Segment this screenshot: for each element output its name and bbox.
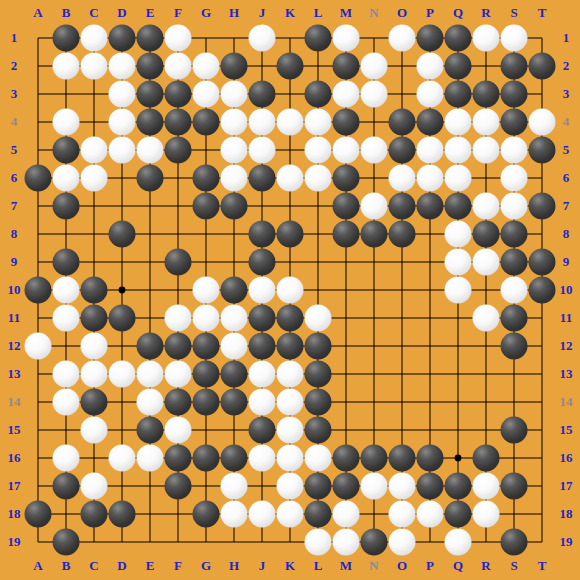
black-stone-K11[interactable]: [277, 305, 304, 332]
coord-label-top-R: R: [474, 5, 498, 21]
white-stone-K10[interactable]: [277, 277, 304, 304]
white-stone-H18[interactable]: [221, 501, 248, 528]
black-stone-S17[interactable]: [501, 473, 528, 500]
coord-label-right-18: 18: [554, 506, 578, 522]
white-stone-R1[interactable]: [473, 25, 500, 52]
coord-label-right-4: 4: [554, 114, 578, 130]
white-stone-G10[interactable]: [193, 277, 220, 304]
coord-label-right-11: 11: [554, 310, 578, 326]
black-stone-G16[interactable]: [193, 445, 220, 472]
coord-label-bottom-D: D: [110, 558, 134, 574]
white-stone-P2[interactable]: [417, 53, 444, 80]
black-stone-F4[interactable]: [165, 109, 192, 136]
black-stone-L13[interactable]: [305, 361, 332, 388]
black-stone-H7[interactable]: [221, 193, 248, 220]
coord-label-right-3: 3: [554, 86, 578, 102]
white-stone-T4[interactable]: [529, 109, 556, 136]
black-stone-M8[interactable]: [333, 221, 360, 248]
coord-label-bottom-K: K: [278, 558, 302, 574]
white-stone-Q19[interactable]: [445, 529, 472, 556]
black-stone-E2[interactable]: [137, 53, 164, 80]
white-stone-R4[interactable]: [473, 109, 500, 136]
white-stone-F2[interactable]: [165, 53, 192, 80]
black-stone-N19[interactable]: [361, 529, 388, 556]
black-stone-R8[interactable]: [473, 221, 500, 248]
black-stone-F16[interactable]: [165, 445, 192, 472]
coord-label-left-8: 8: [2, 226, 26, 242]
black-stone-A18[interactable]: [25, 501, 52, 528]
star-point: [119, 287, 126, 294]
coord-label-left-6: 6: [2, 170, 26, 186]
coord-label-bottom-M: M: [334, 558, 358, 574]
coord-label-top-O: O: [390, 5, 414, 21]
white-stone-F1[interactable]: [165, 25, 192, 52]
white-stone-C15[interactable]: [81, 417, 108, 444]
black-stone-N16[interactable]: [361, 445, 388, 472]
black-stone-D11[interactable]: [109, 305, 136, 332]
white-stone-S6[interactable]: [501, 165, 528, 192]
black-stone-A6[interactable]: [25, 165, 52, 192]
coord-label-left-5: 5: [2, 142, 26, 158]
white-stone-R9[interactable]: [473, 249, 500, 276]
coord-label-top-C: C: [82, 5, 106, 21]
coord-label-right-16: 16: [554, 450, 578, 466]
coord-label-bottom-J: J: [250, 558, 274, 574]
black-stone-D18[interactable]: [109, 501, 136, 528]
black-stone-H16[interactable]: [221, 445, 248, 472]
black-stone-F9[interactable]: [165, 249, 192, 276]
white-stone-S10[interactable]: [501, 277, 528, 304]
black-stone-P4[interactable]: [417, 109, 444, 136]
black-stone-F12[interactable]: [165, 333, 192, 360]
white-stone-K16[interactable]: [277, 445, 304, 472]
white-stone-C5[interactable]: [81, 137, 108, 164]
coord-label-left-15: 15: [2, 422, 26, 438]
black-stone-T5[interactable]: [529, 137, 556, 164]
black-stone-S2[interactable]: [501, 53, 528, 80]
white-stone-P18[interactable]: [417, 501, 444, 528]
black-stone-L1[interactable]: [305, 25, 332, 52]
white-stone-E14[interactable]: [137, 389, 164, 416]
black-stone-B7[interactable]: [53, 193, 80, 220]
coord-label-left-19: 19: [2, 534, 26, 550]
white-stone-P3[interactable]: [417, 81, 444, 108]
black-stone-M4[interactable]: [333, 109, 360, 136]
coord-label-bottom-Q: Q: [446, 558, 470, 574]
black-stone-M17[interactable]: [333, 473, 360, 500]
coord-label-right-17: 17: [554, 478, 578, 494]
white-stone-D3[interactable]: [109, 81, 136, 108]
star-point: [455, 455, 462, 462]
white-stone-O1[interactable]: [389, 25, 416, 52]
black-stone-B5[interactable]: [53, 137, 80, 164]
coord-label-top-M: M: [334, 5, 358, 21]
coord-label-bottom-G: G: [194, 558, 218, 574]
black-stone-S4[interactable]: [501, 109, 528, 136]
white-stone-F13[interactable]: [165, 361, 192, 388]
black-stone-J15[interactable]: [249, 417, 276, 444]
black-stone-R3[interactable]: [473, 81, 500, 108]
white-stone-F11[interactable]: [165, 305, 192, 332]
coord-label-right-15: 15: [554, 422, 578, 438]
white-stone-N17[interactable]: [361, 473, 388, 500]
white-stone-K18[interactable]: [277, 501, 304, 528]
white-stone-L4[interactable]: [305, 109, 332, 136]
white-stone-S1[interactable]: [501, 25, 528, 52]
black-stone-F17[interactable]: [165, 473, 192, 500]
black-stone-S15[interactable]: [501, 417, 528, 444]
coord-label-bottom-R: R: [474, 558, 498, 574]
white-stone-Q5[interactable]: [445, 137, 472, 164]
white-stone-H12[interactable]: [221, 333, 248, 360]
white-stone-K4[interactable]: [277, 109, 304, 136]
white-stone-M18[interactable]: [333, 501, 360, 528]
black-stone-Q18[interactable]: [445, 501, 472, 528]
coord-label-left-14: 14: [2, 394, 26, 410]
white-stone-K13[interactable]: [277, 361, 304, 388]
black-stone-B9[interactable]: [53, 249, 80, 276]
black-stone-L18[interactable]: [305, 501, 332, 528]
black-stone-H10[interactable]: [221, 277, 248, 304]
white-stone-R17[interactable]: [473, 473, 500, 500]
coord-label-bottom-E: E: [138, 558, 162, 574]
white-stone-R5[interactable]: [473, 137, 500, 164]
black-stone-G18[interactable]: [193, 501, 220, 528]
black-stone-S11[interactable]: [501, 305, 528, 332]
white-stone-N5[interactable]: [361, 137, 388, 164]
white-stone-K17[interactable]: [277, 473, 304, 500]
coord-label-top-T: T: [530, 5, 554, 21]
coord-label-top-S: S: [502, 5, 526, 21]
white-stone-E13[interactable]: [137, 361, 164, 388]
white-stone-J16[interactable]: [249, 445, 276, 472]
coord-label-top-D: D: [110, 5, 134, 21]
black-stone-R16[interactable]: [473, 445, 500, 472]
black-stone-Q1[interactable]: [445, 25, 472, 52]
white-stone-H6[interactable]: [221, 165, 248, 192]
white-stone-N3[interactable]: [361, 81, 388, 108]
white-stone-C13[interactable]: [81, 361, 108, 388]
coord-label-top-L: L: [306, 5, 330, 21]
black-stone-H14[interactable]: [221, 389, 248, 416]
white-stone-H17[interactable]: [221, 473, 248, 500]
coord-label-right-19: 19: [554, 534, 578, 550]
black-stone-K12[interactable]: [277, 333, 304, 360]
white-stone-B16[interactable]: [53, 445, 80, 472]
black-stone-Q2[interactable]: [445, 53, 472, 80]
black-stone-L12[interactable]: [305, 333, 332, 360]
black-stone-N8[interactable]: [361, 221, 388, 248]
white-stone-M5[interactable]: [333, 137, 360, 164]
black-stone-F5[interactable]: [165, 137, 192, 164]
black-stone-O8[interactable]: [389, 221, 416, 248]
coord-label-top-N: N: [362, 5, 386, 21]
coord-label-right-13: 13: [554, 366, 578, 382]
black-stone-E12[interactable]: [137, 333, 164, 360]
white-stone-E16[interactable]: [137, 445, 164, 472]
white-stone-E5[interactable]: [137, 137, 164, 164]
white-stone-J1[interactable]: [249, 25, 276, 52]
black-stone-E6[interactable]: [137, 165, 164, 192]
black-stone-Q3[interactable]: [445, 81, 472, 108]
white-stone-D16[interactable]: [109, 445, 136, 472]
white-stone-R11[interactable]: [473, 305, 500, 332]
black-stone-T9[interactable]: [529, 249, 556, 276]
coord-label-right-7: 7: [554, 198, 578, 214]
white-stone-H11[interactable]: [221, 305, 248, 332]
coord-label-top-A: A: [26, 5, 50, 21]
black-stone-J9[interactable]: [249, 249, 276, 276]
coord-label-left-3: 3: [2, 86, 26, 102]
coord-label-top-H: H: [222, 5, 246, 21]
black-stone-B17[interactable]: [53, 473, 80, 500]
black-stone-S3[interactable]: [501, 81, 528, 108]
white-stone-F15[interactable]: [165, 417, 192, 444]
white-stone-P5[interactable]: [417, 137, 444, 164]
black-stone-G4[interactable]: [193, 109, 220, 136]
white-stone-M1[interactable]: [333, 25, 360, 52]
black-stone-L17[interactable]: [305, 473, 332, 500]
black-stone-J12[interactable]: [249, 333, 276, 360]
white-stone-P6[interactable]: [417, 165, 444, 192]
white-stone-K14[interactable]: [277, 389, 304, 416]
coord-label-left-16: 16: [2, 450, 26, 466]
coord-label-left-10: 10: [2, 282, 26, 298]
coord-label-right-12: 12: [554, 338, 578, 354]
white-stone-J10[interactable]: [249, 277, 276, 304]
white-stone-J14[interactable]: [249, 389, 276, 416]
black-stone-L14[interactable]: [305, 389, 332, 416]
black-stone-M2[interactable]: [333, 53, 360, 80]
coord-label-bottom-P: P: [418, 558, 442, 574]
black-stone-J8[interactable]: [249, 221, 276, 248]
coord-label-right-1: 1: [554, 30, 578, 46]
white-stone-B10[interactable]: [53, 277, 80, 304]
white-stone-H4[interactable]: [221, 109, 248, 136]
white-stone-D2[interactable]: [109, 53, 136, 80]
white-stone-O17[interactable]: [389, 473, 416, 500]
coord-label-top-Q: Q: [446, 5, 470, 21]
black-stone-C10[interactable]: [81, 277, 108, 304]
white-stone-L6[interactable]: [305, 165, 332, 192]
coord-label-left-17: 17: [2, 478, 26, 494]
black-stone-G7[interactable]: [193, 193, 220, 220]
white-stone-L5[interactable]: [305, 137, 332, 164]
white-stone-C12[interactable]: [81, 333, 108, 360]
white-stone-Q4[interactable]: [445, 109, 472, 136]
coord-label-left-2: 2: [2, 58, 26, 74]
coord-label-bottom-T: T: [530, 558, 554, 574]
black-stone-K8[interactable]: [277, 221, 304, 248]
white-stone-H5[interactable]: [221, 137, 248, 164]
black-stone-F14[interactable]: [165, 389, 192, 416]
coord-label-top-K: K: [278, 5, 302, 21]
black-stone-M16[interactable]: [333, 445, 360, 472]
white-stone-S5[interactable]: [501, 137, 528, 164]
black-stone-G13[interactable]: [193, 361, 220, 388]
white-stone-Q8[interactable]: [445, 221, 472, 248]
white-stone-N7[interactable]: [361, 193, 388, 220]
white-stone-D5[interactable]: [109, 137, 136, 164]
white-stone-L16[interactable]: [305, 445, 332, 472]
coord-label-top-B: B: [54, 5, 78, 21]
black-stone-A10[interactable]: [25, 277, 52, 304]
black-stone-B1[interactable]: [53, 25, 80, 52]
coord-label-left-1: 1: [2, 30, 26, 46]
white-stone-B4[interactable]: [53, 109, 80, 136]
black-stone-Q7[interactable]: [445, 193, 472, 220]
white-stone-G11[interactable]: [193, 305, 220, 332]
black-stone-S8[interactable]: [501, 221, 528, 248]
white-stone-Q6[interactable]: [445, 165, 472, 192]
black-stone-E3[interactable]: [137, 81, 164, 108]
white-stone-D4[interactable]: [109, 109, 136, 136]
white-stone-C17[interactable]: [81, 473, 108, 500]
white-stone-O6[interactable]: [389, 165, 416, 192]
white-stone-M3[interactable]: [333, 81, 360, 108]
coord-label-right-14: 14: [554, 394, 578, 410]
coord-label-bottom-C: C: [82, 558, 106, 574]
coord-label-right-2: 2: [554, 58, 578, 74]
black-stone-O16[interactable]: [389, 445, 416, 472]
black-stone-P7[interactable]: [417, 193, 444, 220]
white-stone-B11[interactable]: [53, 305, 80, 332]
black-stone-K2[interactable]: [277, 53, 304, 80]
coord-label-bottom-A: A: [26, 558, 50, 574]
coord-label-bottom-S: S: [502, 558, 526, 574]
white-stone-B2[interactable]: [53, 53, 80, 80]
coord-label-left-11: 11: [2, 310, 26, 326]
white-stone-J4[interactable]: [249, 109, 276, 136]
coord-label-right-5: 5: [554, 142, 578, 158]
black-stone-S19[interactable]: [501, 529, 528, 556]
white-stone-C1[interactable]: [81, 25, 108, 52]
black-stone-L3[interactable]: [305, 81, 332, 108]
coord-label-left-4: 4: [2, 114, 26, 130]
black-stone-M6[interactable]: [333, 165, 360, 192]
black-stone-T2[interactable]: [529, 53, 556, 80]
white-stone-O18[interactable]: [389, 501, 416, 528]
white-stone-K6[interactable]: [277, 165, 304, 192]
white-stone-A12[interactable]: [25, 333, 52, 360]
black-stone-G6[interactable]: [193, 165, 220, 192]
coord-label-right-9: 9: [554, 254, 578, 270]
black-stone-J11[interactable]: [249, 305, 276, 332]
coord-label-bottom-F: F: [166, 558, 190, 574]
black-stone-O4[interactable]: [389, 109, 416, 136]
coord-label-right-6: 6: [554, 170, 578, 186]
white-stone-G2[interactable]: [193, 53, 220, 80]
coord-label-bottom-N: N: [362, 558, 386, 574]
coord-label-left-9: 9: [2, 254, 26, 270]
black-stone-H2[interactable]: [221, 53, 248, 80]
black-stone-O5[interactable]: [389, 137, 416, 164]
white-stone-S7[interactable]: [501, 193, 528, 220]
black-stone-E4[interactable]: [137, 109, 164, 136]
black-stone-B19[interactable]: [53, 529, 80, 556]
coord-label-top-J: J: [250, 5, 274, 21]
white-stone-C2[interactable]: [81, 53, 108, 80]
black-stone-Q17[interactable]: [445, 473, 472, 500]
coord-label-bottom-L: L: [306, 558, 330, 574]
coord-label-top-G: G: [194, 5, 218, 21]
black-stone-L15[interactable]: [305, 417, 332, 444]
white-stone-C6[interactable]: [81, 165, 108, 192]
black-stone-T7[interactable]: [529, 193, 556, 220]
white-stone-N2[interactable]: [361, 53, 388, 80]
white-stone-B13[interactable]: [53, 361, 80, 388]
coord-label-bottom-H: H: [222, 558, 246, 574]
black-stone-H13[interactable]: [221, 361, 248, 388]
black-stone-T10[interactable]: [529, 277, 556, 304]
coord-label-bottom-O: O: [390, 558, 414, 574]
white-stone-L11[interactable]: [305, 305, 332, 332]
black-stone-D1[interactable]: [109, 25, 136, 52]
black-stone-G12[interactable]: [193, 333, 220, 360]
black-stone-P17[interactable]: [417, 473, 444, 500]
black-stone-F3[interactable]: [165, 81, 192, 108]
white-stone-K15[interactable]: [277, 417, 304, 444]
white-stone-O19[interactable]: [389, 529, 416, 556]
go-board[interactable]: ABCDEFGHJKLMNOPQRSTABCDEFGHJKLMNOPQRST12…: [0, 0, 580, 580]
white-stone-H3[interactable]: [221, 81, 248, 108]
black-stone-S9[interactable]: [501, 249, 528, 276]
white-stone-G3[interactable]: [193, 81, 220, 108]
coord-label-top-F: F: [166, 5, 190, 21]
white-stone-J13[interactable]: [249, 361, 276, 388]
coord-label-left-18: 18: [2, 506, 26, 522]
coord-label-top-P: P: [418, 5, 442, 21]
white-stone-Q10[interactable]: [445, 277, 472, 304]
white-stone-D13[interactable]: [109, 361, 136, 388]
white-stone-J5[interactable]: [249, 137, 276, 164]
white-stone-Q9[interactable]: [445, 249, 472, 276]
white-stone-L19[interactable]: [305, 529, 332, 556]
go-board-screenshot: { "game": "go", "board": { "size": 19, "…: [0, 0, 580, 580]
coord-label-right-8: 8: [554, 226, 578, 242]
black-stone-E1[interactable]: [137, 25, 164, 52]
white-stone-J18[interactable]: [249, 501, 276, 528]
black-stone-D8[interactable]: [109, 221, 136, 248]
white-stone-B6[interactable]: [53, 165, 80, 192]
coord-label-left-12: 12: [2, 338, 26, 354]
black-stone-M7[interactable]: [333, 193, 360, 220]
coord-label-left-7: 7: [2, 198, 26, 214]
black-stone-J3[interactable]: [249, 81, 276, 108]
black-stone-C18[interactable]: [81, 501, 108, 528]
black-stone-P16[interactable]: [417, 445, 444, 472]
coord-label-top-E: E: [138, 5, 162, 21]
black-stone-G14[interactable]: [193, 389, 220, 416]
coord-label-bottom-B: B: [54, 558, 78, 574]
black-stone-P1[interactable]: [417, 25, 444, 52]
black-stone-J6[interactable]: [249, 165, 276, 192]
black-stone-S12[interactable]: [501, 333, 528, 360]
black-stone-O7[interactable]: [389, 193, 416, 220]
white-stone-B14[interactable]: [53, 389, 80, 416]
black-stone-C14[interactable]: [81, 389, 108, 416]
white-stone-R18[interactable]: [473, 501, 500, 528]
black-stone-E15[interactable]: [137, 417, 164, 444]
coord-label-right-10: 10: [554, 282, 578, 298]
coord-label-left-13: 13: [2, 366, 26, 382]
white-stone-R7[interactable]: [473, 193, 500, 220]
black-stone-C11[interactable]: [81, 305, 108, 332]
white-stone-M19[interactable]: [333, 529, 360, 556]
